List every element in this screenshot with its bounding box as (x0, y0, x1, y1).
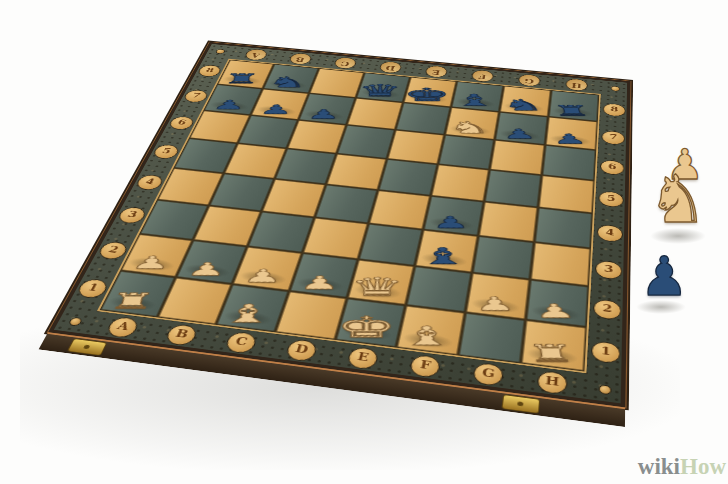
wikihow-watermark: wikiHow (638, 454, 726, 480)
captured-white-knight-icon: ♞ (648, 170, 707, 231)
square-e1 (335, 298, 406, 348)
watermark-how: How (680, 454, 726, 479)
brass-clasp-left (67, 338, 108, 356)
square-h1 (521, 320, 587, 372)
captured-blue-pawn-icon: ♟ (640, 252, 688, 302)
square-g1 (458, 312, 526, 363)
watermark-wiki: wiki (638, 454, 680, 479)
square-f1 (396, 305, 465, 355)
